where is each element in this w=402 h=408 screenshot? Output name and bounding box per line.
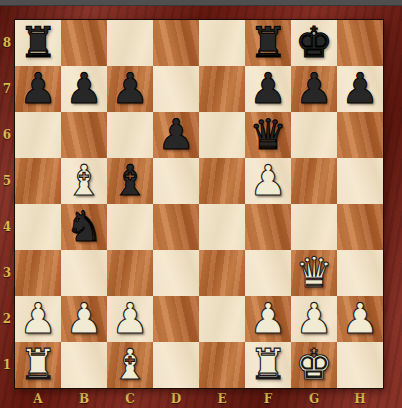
piece-white-pawn[interactable]: ♟ [295,296,333,342]
square-h3[interactable] [337,250,383,296]
square-c4[interactable] [107,204,153,250]
square-f5[interactable]: ♟ [245,158,291,204]
square-e5[interactable] [199,158,245,204]
file-labels: ABCDEFGH [15,389,383,408]
square-g2[interactable]: ♟ [291,296,337,342]
square-d8[interactable] [153,20,199,66]
piece-black-king[interactable]: ♚ [295,20,333,66]
piece-white-pawn[interactable]: ♟ [249,296,287,342]
piece-black-pawn[interactable]: ♟ [111,66,149,112]
square-d1[interactable] [153,342,199,388]
piece-black-rook[interactable]: ♜ [19,20,57,66]
square-b2[interactable]: ♟ [61,296,107,342]
piece-black-pawn[interactable]: ♟ [295,66,333,112]
square-d2[interactable] [153,296,199,342]
piece-white-pawn[interactable]: ♟ [65,296,103,342]
rank-label-3: 3 [0,250,14,296]
piece-white-king[interactable]: ♚ [295,342,333,388]
file-label-b: B [61,389,107,408]
square-b3[interactable] [61,250,107,296]
piece-white-pawn[interactable]: ♟ [19,296,57,342]
square-a7[interactable]: ♟ [15,66,61,112]
square-h5[interactable] [337,158,383,204]
piece-black-pawn[interactable]: ♟ [65,66,103,112]
square-d7[interactable] [153,66,199,112]
rank-label-4: 4 [0,204,14,250]
square-d5[interactable] [153,158,199,204]
piece-white-pawn[interactable]: ♟ [249,158,287,204]
piece-black-pawn[interactable]: ♟ [157,112,195,158]
square-b1[interactable] [61,342,107,388]
rank-label-7: 7 [0,66,14,112]
square-f6[interactable]: ♛ [245,112,291,158]
square-b4[interactable]: ♞ [61,204,107,250]
file-label-a: A [15,389,61,408]
square-a6[interactable] [15,112,61,158]
rank-label-1: 1 [0,342,14,388]
square-c2[interactable]: ♟ [107,296,153,342]
square-g5[interactable] [291,158,337,204]
square-e4[interactable] [199,204,245,250]
rank-labels: 87654321 [0,20,14,388]
square-c5[interactable]: ♝ [107,158,153,204]
square-e8[interactable] [199,20,245,66]
square-b7[interactable]: ♟ [61,66,107,112]
square-f7[interactable]: ♟ [245,66,291,112]
file-label-f: F [245,389,291,408]
piece-black-pawn[interactable]: ♟ [249,66,287,112]
chess-app-window: 87654321 ABCDEFGH ♜♜♚♟♟♟♟♟♟♟♛♝♝♟♞♛♟♟♟♟♟♟… [0,0,402,408]
square-c6[interactable] [107,112,153,158]
square-c1[interactable]: ♝ [107,342,153,388]
piece-black-knight[interactable]: ♞ [65,204,103,250]
piece-black-bishop[interactable]: ♝ [111,158,149,204]
square-g4[interactable] [291,204,337,250]
square-c8[interactable] [107,20,153,66]
piece-black-rook[interactable]: ♜ [249,20,287,66]
square-a1[interactable]: ♜ [15,342,61,388]
square-a4[interactable] [15,204,61,250]
square-a3[interactable] [15,250,61,296]
square-f4[interactable] [245,204,291,250]
piece-white-bishop[interactable]: ♝ [111,342,149,388]
square-a2[interactable]: ♟ [15,296,61,342]
square-c3[interactable] [107,250,153,296]
chess-board: ♜♜♚♟♟♟♟♟♟♟♛♝♝♟♞♛♟♟♟♟♟♟♜♝♜♚ [14,19,384,389]
file-label-e: E [199,389,245,408]
rank-label-6: 6 [0,112,14,158]
square-g7[interactable]: ♟ [291,66,337,112]
rank-label-5: 5 [0,158,14,204]
square-b5[interactable]: ♝ [61,158,107,204]
piece-white-queen[interactable]: ♛ [295,250,333,296]
square-e2[interactable] [199,296,245,342]
piece-black-queen[interactable]: ♛ [249,112,287,158]
piece-white-rook[interactable]: ♜ [19,342,57,388]
piece-white-bishop[interactable]: ♝ [65,158,103,204]
square-e1[interactable] [199,342,245,388]
square-g3[interactable]: ♛ [291,250,337,296]
piece-white-rook[interactable]: ♜ [249,342,287,388]
square-d6[interactable]: ♟ [153,112,199,158]
rank-label-8: 8 [0,20,14,66]
square-f8[interactable]: ♜ [245,20,291,66]
square-h1[interactable] [337,342,383,388]
rank-label-2: 2 [0,296,14,342]
file-label-h: H [337,389,383,408]
square-g6[interactable] [291,112,337,158]
piece-black-pawn[interactable]: ♟ [19,66,57,112]
square-b6[interactable] [61,112,107,158]
square-h8[interactable] [337,20,383,66]
square-b8[interactable] [61,20,107,66]
square-h2[interactable]: ♟ [337,296,383,342]
square-c7[interactable]: ♟ [107,66,153,112]
square-h7[interactable]: ♟ [337,66,383,112]
piece-white-pawn[interactable]: ♟ [341,296,379,342]
file-label-g: G [291,389,337,408]
square-a5[interactable] [15,158,61,204]
square-a8[interactable]: ♜ [15,20,61,66]
square-g8[interactable]: ♚ [291,20,337,66]
square-g1[interactable]: ♚ [291,342,337,388]
square-f1[interactable]: ♜ [245,342,291,388]
square-e7[interactable] [199,66,245,112]
square-d3[interactable] [153,250,199,296]
piece-black-pawn[interactable]: ♟ [341,66,379,112]
square-h6[interactable] [337,112,383,158]
square-d4[interactable] [153,204,199,250]
file-label-d: D [153,389,199,408]
square-f3[interactable] [245,250,291,296]
square-e6[interactable] [199,112,245,158]
piece-white-pawn[interactable]: ♟ [111,296,149,342]
square-h4[interactable] [337,204,383,250]
window-top-bar [0,0,402,6]
square-e3[interactable] [199,250,245,296]
square-f2[interactable]: ♟ [245,296,291,342]
file-label-c: C [107,389,153,408]
